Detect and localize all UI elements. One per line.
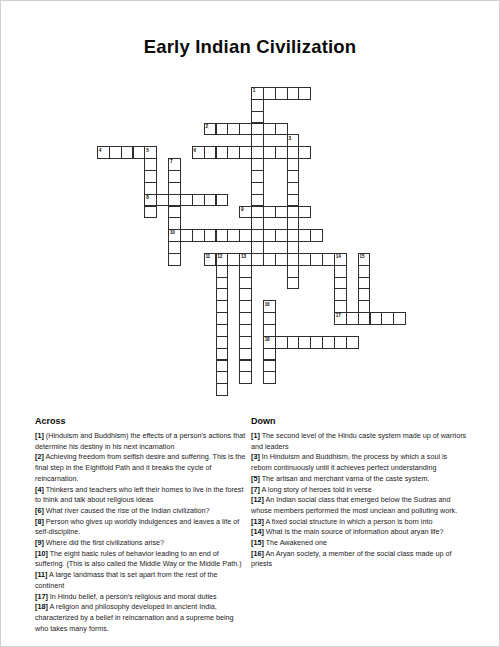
clue-number: 15 xyxy=(359,254,364,259)
grid-cell[interactable] xyxy=(263,371,276,384)
clue-item: [5] The artisan and merchant varna of th… xyxy=(251,474,467,485)
grid-cell[interactable] xyxy=(346,336,359,349)
clue-item-number: [15] xyxy=(251,538,264,547)
grid-cell[interactable] xyxy=(310,229,323,242)
clue-number: 9 xyxy=(241,207,243,212)
down-header: Down xyxy=(251,416,467,426)
clue-item: [9] Where did the first civilizations ar… xyxy=(35,538,248,549)
grid-cell[interactable] xyxy=(144,206,157,219)
crossword-page: Early Indian Civilization 12345678910111… xyxy=(0,0,500,647)
clue-item: [10] The eight basic rules of behavior l… xyxy=(35,549,248,570)
across-clue-list: [1] (Hinduism and Buddhism) the effects … xyxy=(35,431,248,634)
clue-item: [17] In Hindu belief, a person's religio… xyxy=(35,592,248,603)
clue-item-number: [10] xyxy=(35,549,48,558)
clue-item-number: [14] xyxy=(251,527,264,536)
clue-item-number: [5] xyxy=(251,474,260,483)
clue-number: 6 xyxy=(194,148,196,153)
clue-number: 5 xyxy=(146,148,148,153)
clue-number: 11 xyxy=(205,254,210,259)
clue-item-number: [16] xyxy=(251,549,264,558)
grid-cell[interactable] xyxy=(216,383,229,396)
grid-cell[interactable] xyxy=(239,371,252,384)
clue-number: 2 xyxy=(205,124,207,129)
clue-number: 3 xyxy=(288,136,290,141)
clue-number: 14 xyxy=(336,254,341,259)
grid-cell[interactable] xyxy=(168,253,181,266)
clue-item: [16] An Aryan society, a member of the s… xyxy=(251,549,467,570)
clue-item: [13] A fixed social structure in which a… xyxy=(251,517,467,528)
clue-number: 8 xyxy=(146,195,148,200)
down-clue-list: [1] The second level of the Hindu caste … xyxy=(251,431,467,570)
clue-item: [12] An Indian social class that emerged… xyxy=(251,495,467,516)
grid-cell[interactable] xyxy=(298,206,311,219)
clue-item: [7] A long story of heroes told in verse xyxy=(251,485,467,496)
clue-item: [4] Thinkers and teachers who left their… xyxy=(35,485,248,506)
clue-number: 17 xyxy=(336,313,341,318)
clue-item: [6] What river caused the rise of the In… xyxy=(35,506,248,517)
clue-number: 4 xyxy=(99,148,101,153)
clue-number: 10 xyxy=(170,230,175,235)
clue-item-number: [6] xyxy=(35,506,44,515)
clue-item: [1] The second level of the Hindu caste … xyxy=(251,431,467,452)
clue-item-number: [12] xyxy=(251,495,264,504)
clue-item-number: [2] xyxy=(35,452,44,461)
clue-item-number: [1] xyxy=(35,431,44,440)
clue-item-number: [18] xyxy=(35,602,48,611)
clue-item-number: [11] xyxy=(35,570,47,579)
clue-item-number: [3] xyxy=(251,452,260,461)
clue-item: [8] Person who gives up worldly indulgen… xyxy=(35,517,248,538)
grid-cell[interactable] xyxy=(216,194,229,207)
clue-item-number: [8] xyxy=(35,517,44,526)
grid-cell[interactable] xyxy=(393,312,406,325)
across-clues: Across [1] (Hinduism and Buddhism) the e… xyxy=(35,416,248,634)
clue-number: 1 xyxy=(253,88,255,93)
clue-item: [11] A large landmass that is set apart … xyxy=(35,570,248,591)
down-clues: Down [1] The second level of the Hindu c… xyxy=(251,416,467,570)
clue-item-number: [7] xyxy=(251,485,260,494)
grid-cell[interactable] xyxy=(287,277,300,290)
clue-number: 13 xyxy=(241,254,246,259)
clue-item-number: [9] xyxy=(35,538,44,547)
clue-number: 7 xyxy=(170,159,172,164)
clue-item: [1] (Hinduism and Buddhism) the effects … xyxy=(35,431,248,452)
clue-number: 18 xyxy=(265,337,270,342)
grid-cell[interactable] xyxy=(298,87,311,100)
clue-item-number: [1] xyxy=(251,431,260,440)
clue-item: [2] Achieving freedom from selfish desir… xyxy=(35,452,248,484)
puzzle-title: Early Indian Civilization xyxy=(0,36,500,58)
clue-number: 16 xyxy=(265,302,270,307)
clue-item-number: [13] xyxy=(251,517,264,526)
clue-item: [14] What is the main source of informat… xyxy=(251,527,467,538)
clue-item: [15] The Awakened one xyxy=(251,538,467,549)
clue-item-number: [4] xyxy=(35,485,44,494)
crossword-grid: 123456789101112131415161718 xyxy=(97,87,406,396)
clue-item: [3] In Hinduism and Buddhism, the proces… xyxy=(251,452,467,473)
clue-number: 12 xyxy=(217,254,222,259)
across-header: Across xyxy=(35,416,248,426)
grid-cell[interactable] xyxy=(298,146,311,159)
clue-item: [18] A religion and philosophy developed… xyxy=(35,602,248,634)
clue-item-number: [17] xyxy=(35,592,48,601)
